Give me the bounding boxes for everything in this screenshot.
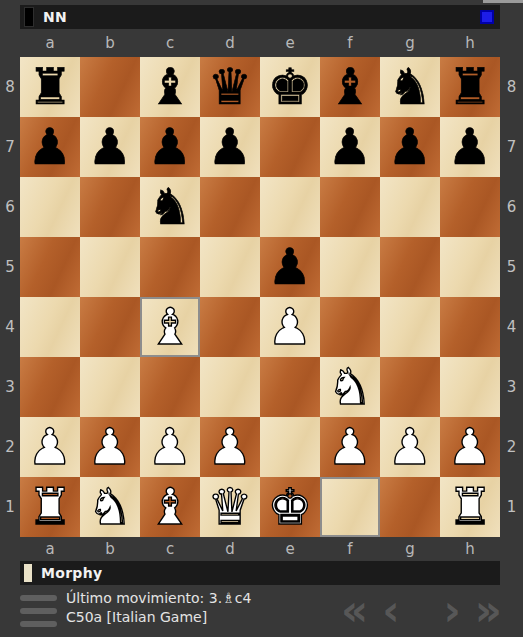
piece-white-pawn: ♟ — [268, 297, 313, 357]
square-a2[interactable]: ♟ — [20, 417, 80, 477]
file-label-e: e — [260, 537, 320, 561]
file-label-d: d — [200, 537, 260, 561]
rank-label-2: 2 — [500, 417, 523, 477]
piece-black-bishop: ♝ — [328, 57, 373, 117]
rank-labels-left: 87654321 — [0, 57, 20, 537]
square-g1[interactable] — [380, 477, 440, 537]
square-d8[interactable]: ♛ — [200, 57, 260, 117]
square-d3[interactable] — [200, 357, 260, 417]
square-b1[interactable]: ♞ — [80, 477, 140, 537]
file-labels-bottom: abcdefgh — [20, 537, 500, 561]
menu-icon — [20, 595, 57, 601]
square-a4[interactable] — [20, 297, 80, 357]
square-d7[interactable]: ♟ — [200, 117, 260, 177]
square-b2[interactable]: ♟ — [80, 417, 140, 477]
square-b3[interactable] — [80, 357, 140, 417]
rank-label-5: 5 — [500, 237, 523, 297]
square-a3[interactable] — [20, 357, 80, 417]
square-h8[interactable]: ♜ — [440, 57, 500, 117]
menu-icon — [20, 621, 57, 627]
nav-first-button[interactable]: « — [334, 589, 375, 633]
square-c1[interactable]: ♝ — [140, 477, 200, 537]
square-c5[interactable] — [140, 237, 200, 297]
piece-white-knight: ♞ — [328, 357, 373, 417]
square-f7[interactable]: ♟ — [320, 117, 380, 177]
square-h3[interactable] — [440, 357, 500, 417]
piece-white-pawn: ♟ — [328, 417, 373, 477]
square-c6[interactable]: ♞ — [140, 177, 200, 237]
player-bar-black: NN — [20, 5, 500, 29]
square-g7[interactable]: ♟ — [380, 117, 440, 177]
piece-black-bishop: ♝ — [148, 57, 193, 117]
rank-label-5: 5 — [0, 237, 20, 297]
square-a5[interactable] — [20, 237, 80, 297]
player-name-white: Morphy — [41, 565, 102, 581]
scrollbar-fragment — [483, 0, 523, 3]
piece-black-knight: ♞ — [388, 57, 433, 117]
square-a7[interactable]: ♟ — [20, 117, 80, 177]
square-e8[interactable]: ♚ — [260, 57, 320, 117]
file-label-h: h — [440, 537, 500, 561]
square-h1[interactable]: ♜ — [440, 477, 500, 537]
file-label-f: f — [320, 537, 380, 561]
file-labels-top: abcdefgh — [20, 29, 500, 57]
square-c4[interactable]: ♝ — [140, 297, 200, 357]
piece-black-queen: ♛ — [208, 57, 253, 117]
square-h6[interactable] — [440, 177, 500, 237]
square-b6[interactable] — [80, 177, 140, 237]
square-e5[interactable]: ♟ — [260, 237, 320, 297]
square-c8[interactable]: ♝ — [140, 57, 200, 117]
square-f6[interactable] — [320, 177, 380, 237]
nav-last-button[interactable]: » — [468, 589, 509, 633]
move-navigation: « ‹ › » — [334, 585, 509, 637]
piece-black-pawn: ♟ — [28, 117, 73, 177]
piece-white-queen: ♛ — [208, 477, 253, 537]
square-f2[interactable]: ♟ — [320, 417, 380, 477]
last-move-text: Último movimiento: 3.♗c4 — [66, 589, 251, 608]
square-h4[interactable] — [440, 297, 500, 357]
piece-white-king: ♚ — [268, 477, 313, 537]
piece-black-knight: ♞ — [148, 177, 193, 237]
rank-label-7: 7 — [500, 117, 523, 177]
square-e4[interactable]: ♟ — [260, 297, 320, 357]
square-c2[interactable]: ♟ — [140, 417, 200, 477]
square-d6[interactable] — [200, 177, 260, 237]
square-e3[interactable] — [260, 357, 320, 417]
file-label-h: h — [440, 29, 500, 57]
square-g4[interactable] — [380, 297, 440, 357]
nav-next-button[interactable]: › — [437, 589, 468, 633]
square-g5[interactable] — [380, 237, 440, 297]
file-label-g: g — [380, 537, 440, 561]
piece-white-rook: ♜ — [448, 477, 493, 537]
piece-white-bishop: ♝ — [148, 297, 193, 357]
piece-white-pawn: ♟ — [388, 417, 433, 477]
square-e2[interactable] — [260, 417, 320, 477]
piece-black-pawn: ♟ — [148, 117, 193, 177]
square-c7[interactable]: ♟ — [140, 117, 200, 177]
file-label-b: b — [80, 537, 140, 561]
chess-board: ♜♝♛♚♝♞♜♟♟♟♟♟♟♟♞♟♝♟♞♟♟♟♟♟♟♟♜♞♝♛♚♜ — [20, 57, 500, 537]
nav-prev-button[interactable]: ‹ — [375, 589, 406, 633]
file-label-b: b — [80, 29, 140, 57]
piece-white-rook: ♜ — [28, 477, 73, 537]
rank-label-3: 3 — [0, 357, 20, 417]
square-b7[interactable]: ♟ — [80, 117, 140, 177]
square-d2[interactable]: ♟ — [200, 417, 260, 477]
square-a1[interactable]: ♜ — [20, 477, 80, 537]
piece-black-pawn: ♟ — [88, 117, 133, 177]
square-d5[interactable] — [200, 237, 260, 297]
rank-label-7: 7 — [0, 117, 20, 177]
square-e7[interactable] — [260, 117, 320, 177]
square-g6[interactable] — [380, 177, 440, 237]
square-g2[interactable]: ♟ — [380, 417, 440, 477]
piece-white-pawn: ♟ — [148, 417, 193, 477]
rank-label-4: 4 — [0, 297, 20, 357]
square-a6[interactable] — [20, 177, 80, 237]
square-h5[interactable] — [440, 237, 500, 297]
piece-black-pawn: ♟ — [388, 117, 433, 177]
square-d1[interactable]: ♛ — [200, 477, 260, 537]
white-color-chip — [24, 564, 32, 582]
rank-label-8: 8 — [0, 57, 20, 117]
control-panel: Último movimiento: 3.♗c4 C50a [Italian G… — [0, 585, 523, 637]
piece-white-pawn: ♟ — [28, 417, 73, 477]
file-label-c: c — [140, 537, 200, 561]
file-label-f: f — [320, 29, 380, 57]
player-bar-white: Morphy — [20, 561, 500, 585]
piece-black-rook: ♜ — [448, 57, 493, 117]
square-b4[interactable] — [80, 297, 140, 357]
piece-black-rook: ♜ — [28, 57, 73, 117]
status-text: Último movimiento: 3.♗c4 C50a [Italian G… — [66, 589, 251, 627]
menu-icon — [20, 608, 57, 614]
file-label-a: a — [20, 537, 80, 561]
square-e1[interactable]: ♚ — [260, 477, 320, 537]
square-a8[interactable]: ♜ — [20, 57, 80, 117]
rank-label-6: 6 — [0, 177, 20, 237]
square-f5[interactable] — [320, 237, 380, 297]
piece-white-pawn: ♟ — [448, 417, 493, 477]
square-f3[interactable]: ♞ — [320, 357, 380, 417]
rank-labels-right: 87654321 — [500, 57, 523, 537]
piece-white-pawn: ♟ — [208, 417, 253, 477]
piece-black-pawn: ♟ — [328, 117, 373, 177]
rank-label-1: 1 — [0, 477, 20, 537]
square-f4[interactable] — [320, 297, 380, 357]
file-label-a: a — [20, 29, 80, 57]
square-b5[interactable] — [80, 237, 140, 297]
file-label-c: c — [140, 29, 200, 57]
file-label-d: d — [200, 29, 260, 57]
menu-button[interactable] — [20, 595, 57, 627]
square-f1[interactable] — [320, 477, 380, 537]
square-b8[interactable] — [80, 57, 140, 117]
opening-text: C50a [Italian Game] — [66, 608, 251, 627]
piece-white-knight: ♞ — [88, 477, 133, 537]
file-label-e: e — [260, 29, 320, 57]
piece-white-bishop: ♝ — [148, 477, 193, 537]
square-g8[interactable]: ♞ — [380, 57, 440, 117]
rank-label-3: 3 — [500, 357, 523, 417]
square-h7[interactable]: ♟ — [440, 117, 500, 177]
piece-black-king: ♚ — [268, 57, 313, 117]
piece-black-pawn: ♟ — [208, 117, 253, 177]
black-color-chip — [24, 7, 34, 27]
piece-black-pawn: ♟ — [268, 237, 313, 297]
piece-white-pawn: ♟ — [88, 417, 133, 477]
square-h2[interactable]: ♟ — [440, 417, 500, 477]
rank-label-4: 4 — [500, 297, 523, 357]
square-g3[interactable] — [380, 357, 440, 417]
rank-label-6: 6 — [500, 177, 523, 237]
rank-label-2: 2 — [0, 417, 20, 477]
piece-black-pawn: ♟ — [448, 117, 493, 177]
player-name-black: NN — [43, 9, 67, 25]
rank-label-1: 1 — [500, 477, 523, 537]
turn-indicator — [480, 10, 494, 24]
square-e6[interactable] — [260, 177, 320, 237]
square-d4[interactable] — [200, 297, 260, 357]
file-label-g: g — [380, 29, 440, 57]
square-f8[interactable]: ♝ — [320, 57, 380, 117]
rank-label-8: 8 — [500, 57, 523, 117]
square-c3[interactable] — [140, 357, 200, 417]
